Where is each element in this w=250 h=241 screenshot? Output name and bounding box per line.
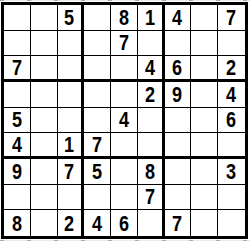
cell-r5c3[interactable] [58,108,85,134]
cell-r2c6[interactable] [138,31,165,57]
page-edge-line-top [0,0,250,1]
given-digit: 3 [227,160,237,183]
cell-r1c9[interactable]: 7 [218,5,245,31]
given-digit: 6 [227,108,237,131]
given-digit: 4 [119,108,129,131]
cell-r6c2[interactable] [31,133,58,159]
cell-r1c3[interactable]: 5 [58,5,85,31]
cell-r9c1[interactable]: 8 [4,210,31,236]
cell-r9c7[interactable]: 7 [165,210,192,236]
cell-r8c1[interactable] [4,185,31,211]
cell-r7c5[interactable] [111,159,138,185]
cell-r7c6[interactable]: 8 [138,159,165,185]
given-digit: 2 [145,83,155,106]
cell-r9c3[interactable]: 2 [58,210,85,236]
cell-r1c2[interactable] [31,5,58,31]
given-digit: 4 [173,6,183,29]
given-digit: 7 [92,133,102,156]
cell-r7c9[interactable]: 3 [218,159,245,185]
cell-r4c2[interactable] [31,82,58,108]
cell-r4c8[interactable] [191,82,218,108]
cell-r5c4[interactable] [84,108,111,134]
cell-r4c9[interactable]: 4 [218,82,245,108]
cell-r2c1[interactable] [4,31,31,57]
cell-r9c6[interactable] [138,210,165,236]
cell-r3c6[interactable]: 4 [138,56,165,82]
sudoku-board: 581477746229454641797583782467 [1,2,248,239]
cell-r6c6[interactable] [138,133,165,159]
cell-r2c8[interactable] [191,31,218,57]
cell-r6c1[interactable]: 4 [4,133,31,159]
cell-r6c4[interactable]: 7 [84,133,111,159]
given-digit: 5 [12,108,22,131]
given-digit: 2 [227,56,237,79]
cell-r3c5[interactable] [111,56,138,82]
cell-r5c5[interactable]: 4 [111,108,138,134]
cell-r5c6[interactable] [138,108,165,134]
cell-r1c7[interactable]: 4 [165,5,192,31]
cell-r9c9[interactable] [218,210,245,236]
cell-r9c2[interactable] [31,210,58,236]
cell-r3c3[interactable] [58,56,85,82]
given-digit: 4 [227,83,237,106]
given-digit: 5 [64,6,74,29]
cell-r4c6[interactable]: 2 [138,82,165,108]
cell-r4c3[interactable] [58,82,85,108]
cell-r9c5[interactable]: 6 [111,210,138,236]
given-digit: 5 [92,160,102,183]
cell-r7c2[interactable] [31,159,58,185]
given-digit: 7 [12,56,22,79]
cell-r7c3[interactable]: 7 [58,159,85,185]
cell-r3c7[interactable]: 6 [165,56,192,82]
cell-r4c1[interactable] [4,82,31,108]
given-digit: 8 [145,160,155,183]
cell-r9c8[interactable] [191,210,218,236]
cell-r3c2[interactable] [31,56,58,82]
cell-r3c4[interactable] [84,56,111,82]
cell-r2c4[interactable] [84,31,111,57]
cell-r4c4[interactable] [84,82,111,108]
cell-r4c5[interactable] [111,82,138,108]
cell-r7c4[interactable]: 5 [84,159,111,185]
cell-r3c8[interactable] [191,56,218,82]
cell-r6c5[interactable] [111,133,138,159]
cell-r2c7[interactable] [165,31,192,57]
given-digit: 4 [12,133,22,156]
given-digit: 2 [64,212,74,235]
given-digit: 9 [173,83,183,106]
cell-r8c5[interactable] [111,185,138,211]
given-digit: 8 [119,6,129,29]
given-digit: 8 [12,212,22,235]
cell-r1c6[interactable]: 1 [138,5,165,31]
given-digit: 7 [64,160,74,183]
given-digit: 7 [227,6,237,29]
cell-r3c9[interactable]: 2 [218,56,245,82]
cell-r8c9[interactable] [218,185,245,211]
cell-r6c7[interactable] [165,133,192,159]
cell-r5c2[interactable] [31,108,58,134]
cell-r7c7[interactable] [165,159,192,185]
cell-r6c9[interactable] [218,133,245,159]
cell-r2c9[interactable] [218,31,245,57]
sudoku-screenshot: 581477746229454641797583782467 [0,0,250,241]
given-digit: 1 [145,6,155,29]
cell-r7c1[interactable]: 9 [4,159,31,185]
cell-r2c3[interactable] [58,31,85,57]
cell-r5c8[interactable] [191,108,218,134]
cell-r2c5[interactable]: 7 [111,31,138,57]
cell-r2c2[interactable] [31,31,58,57]
cell-r1c4[interactable] [84,5,111,31]
cell-r6c8[interactable] [191,133,218,159]
given-digit: 7 [173,212,183,235]
given-digit: 6 [119,212,129,235]
cell-r1c8[interactable] [191,5,218,31]
given-digit: 7 [119,31,129,54]
cell-r7c8[interactable] [191,159,218,185]
given-digit: 1 [64,133,74,156]
given-digit: 4 [92,212,102,235]
cell-r8c6[interactable]: 7 [138,185,165,211]
cell-r1c5[interactable]: 8 [111,5,138,31]
cell-r5c1[interactable]: 5 [4,108,31,134]
cell-r4c7[interactable]: 9 [165,82,192,108]
cell-r6c3[interactable]: 1 [58,133,85,159]
cell-r8c8[interactable] [191,185,218,211]
cell-r5c7[interactable] [165,108,192,134]
cell-r3c1[interactable]: 7 [4,56,31,82]
cell-r5c9[interactable]: 6 [218,108,245,134]
cell-r8c4[interactable] [84,185,111,211]
given-digit: 9 [12,160,22,183]
given-digit: 7 [145,185,155,208]
given-digit: 4 [145,56,155,79]
given-digit: 6 [173,56,183,79]
cell-r1c1[interactable] [4,5,31,31]
cell-r9c4[interactable]: 4 [84,210,111,236]
cell-r8c3[interactable] [58,185,85,211]
cell-r8c2[interactable] [31,185,58,211]
cell-r8c7[interactable] [165,185,192,211]
